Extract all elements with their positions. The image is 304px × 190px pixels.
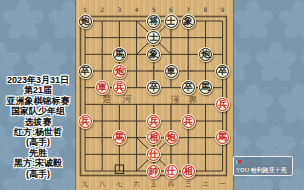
piece-character: 仕 <box>167 167 176 176</box>
red-soldier[interactable]: 兵 <box>215 97 230 112</box>
svg-text:5: 5 <box>152 6 156 13</box>
file-numbers-bottom: 九八七六五四三二一 <box>82 180 226 188</box>
svg-text:2: 2 <box>100 6 104 13</box>
event-info-panel: 2023年3月31日 第21届 亚洲象棋锦标赛 国家队少年组 选拔赛 红方:杨世… <box>0 75 76 179</box>
red-advisor[interactable]: 仕 <box>164 164 179 179</box>
event-date: 2023年3月31日 <box>0 75 76 85</box>
svg-text:三: 三 <box>185 180 191 187</box>
piece-character: 将 <box>149 17 158 26</box>
svg-text:1: 1 <box>83 6 87 13</box>
svg-text:4: 4 <box>135 6 139 13</box>
piece-character: 象 <box>149 50 158 59</box>
red-soldier[interactable]: 兵 <box>112 80 127 95</box>
piece-character: 卒 <box>218 67 227 76</box>
piece-character: 兵 <box>218 100 227 109</box>
result: 先胜 <box>0 148 76 158</box>
red-player-rank: (高手) <box>0 137 76 147</box>
black-elephant[interactable]: 象 <box>181 14 196 29</box>
piece-character: 馬 <box>201 83 210 92</box>
black-cannon[interactable]: 炮 <box>78 14 93 29</box>
piece-character: 士 <box>149 33 158 42</box>
event-group: 国家队少年组 <box>0 106 76 116</box>
event-name: 亚洲象棋锦标赛 <box>0 96 76 106</box>
red-elephant[interactable]: 相 <box>181 164 196 179</box>
red-horse[interactable]: 馬 <box>112 130 127 145</box>
watermark-line1: I♥ <box>236 158 290 166</box>
svg-text:3: 3 <box>117 6 121 13</box>
piece-character: 車 <box>98 83 107 92</box>
xiangqi-board[interactable]: 楚河 漢界 123456789 九八七六五四三二一 炮将士象士馬象炮卒炮車卒車兵… <box>76 0 233 190</box>
piece-character: 象 <box>184 17 193 26</box>
file-numbers-top: 123456789 <box>83 6 225 13</box>
svg-text:二: 二 <box>202 180 208 187</box>
black-advisor[interactable]: 士 <box>164 14 179 29</box>
black-cannon[interactable]: 炮 <box>198 47 213 62</box>
piece-character: 卒 <box>149 83 158 92</box>
app-screen: 楚河 漢界 123456789 九八七六五四三二一 炮将士象士馬象炮卒炮車卒車兵… <box>0 0 304 190</box>
black-player: 黑方:宋诚毅 <box>0 158 76 168</box>
piece-character: 兵 <box>115 83 124 92</box>
black-player-rank: (高手) <box>0 169 76 179</box>
red-cannon[interactable]: 炮 <box>112 64 127 79</box>
piece-character: 炮 <box>167 133 176 142</box>
river-label-left: 楚河 <box>102 93 143 104</box>
svg-text:9: 9 <box>221 6 225 13</box>
red-general[interactable]: 帥 <box>146 164 161 179</box>
river-label-right: 漢界 <box>171 94 206 105</box>
red-chariot[interactable]: 車 <box>95 80 110 95</box>
piece-character: 車 <box>167 67 176 76</box>
svg-text:八: 八 <box>99 180 105 187</box>
piece-character: 兵 <box>81 117 90 126</box>
svg-text:一: 一 <box>220 180 226 187</box>
event-stage: 选拔赛 <box>0 117 76 127</box>
svg-text:8: 8 <box>203 6 207 13</box>
piece-character: 馬 <box>115 50 124 59</box>
red-cannon[interactable]: 炮 <box>164 130 179 145</box>
svg-text:四: 四 <box>168 180 174 188</box>
piece-character: 相 <box>184 167 193 176</box>
event-edition: 第21届 <box>0 85 76 95</box>
piece-character: 炮 <box>201 50 210 59</box>
piece-character: 卒 <box>184 83 193 92</box>
piece-character: 士 <box>167 17 176 26</box>
black-chariot[interactable]: 車 <box>164 64 179 79</box>
piece-character: 仕 <box>149 150 158 159</box>
red-soldier[interactable]: 兵 <box>181 114 196 129</box>
black-general[interactable]: 将 <box>146 14 161 29</box>
black-soldier[interactable]: 卒 <box>181 80 196 95</box>
svg-text:6: 6 <box>169 6 173 13</box>
svg-text:7: 7 <box>186 6 190 13</box>
red-soldier[interactable]: 兵 <box>78 114 93 129</box>
piece-character: 兵 <box>149 117 158 126</box>
svg-text:九: 九 <box>82 180 88 187</box>
heart-icon: ♥ <box>238 158 242 165</box>
svg-text:七: 七 <box>116 180 122 187</box>
black-soldier[interactable]: 卒 <box>215 64 230 79</box>
watermark-badge: I♥ YOU 哈利路亚十亮 <box>233 156 293 176</box>
piece-character: 炮 <box>81 17 90 26</box>
piece-character: 卒 <box>81 67 90 76</box>
piece-character: 兵 <box>184 117 193 126</box>
piece-character: 炮 <box>115 67 124 76</box>
red-player: 红方:杨世哲 <box>0 127 76 137</box>
red-soldier[interactable]: 兵 <box>146 114 161 129</box>
svg-text:六: 六 <box>134 180 140 187</box>
piece-character: 馬 <box>218 133 227 142</box>
watermark-line2: YOU 哈利路亚十亮 <box>236 166 290 174</box>
piece-character: 相 <box>149 133 158 142</box>
black-soldier[interactable]: 卒 <box>78 64 93 79</box>
piece-character: 帥 <box>149 167 158 176</box>
piece-character: 馬 <box>115 133 124 142</box>
black-horse[interactable]: 馬 <box>198 80 213 95</box>
svg-text:五: 五 <box>151 180 157 187</box>
black-horse[interactable]: 馬 <box>112 47 127 62</box>
